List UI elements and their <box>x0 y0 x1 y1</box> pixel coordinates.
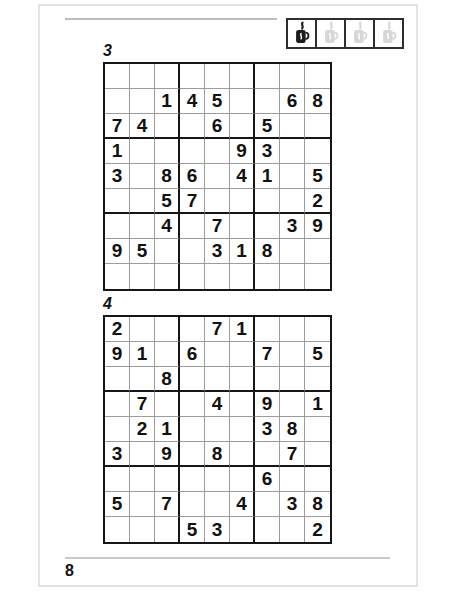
sudoku-cell-r2c7 <box>255 89 280 114</box>
sudoku-cell-r6c5 <box>205 189 230 214</box>
sudoku-cell-r7c1 <box>105 214 130 239</box>
sudoku-cell-r2c6 <box>230 89 255 114</box>
page-number: 8 <box>65 562 74 580</box>
sudoku-cell-r5c4 <box>180 417 205 442</box>
sudoku-cell-r6c1 <box>105 189 130 214</box>
sudoku-cell-r3c1 <box>105 367 130 392</box>
sudoku-cell-r2c2: 1 <box>130 342 155 367</box>
sudoku-cell-r5c7: 3 <box>255 417 280 442</box>
sudoku-cell-r7c4 <box>180 214 205 239</box>
sudoku-cell-r9c2 <box>130 264 155 289</box>
sudoku-cell-r5c8: 8 <box>280 417 305 442</box>
sudoku-cell-r6c8: 7 <box>280 442 305 467</box>
sudoku-cell-r9c4 <box>180 264 205 289</box>
sudoku-cell-r6c8 <box>280 189 305 214</box>
page-background: 3 145687465193386415572473995318 4 27191… <box>0 0 459 594</box>
sudoku-cell-r7c6 <box>230 214 255 239</box>
sudoku-cell-r3c9 <box>305 114 330 139</box>
sudoku-cell-r3c7: 5 <box>255 114 280 139</box>
sudoku-cell-r5c4: 6 <box>180 164 205 189</box>
coffee-cup-icon <box>373 18 404 49</box>
sudoku-cell-r2c4: 4 <box>180 89 205 114</box>
sudoku-cell-r3c2: 4 <box>130 114 155 139</box>
sudoku-cell-r4c3 <box>155 139 180 164</box>
sudoku-cell-r4c8 <box>280 139 305 164</box>
coffee-cup-icon <box>315 18 346 49</box>
puzzle-number-label: 3 <box>103 42 112 60</box>
sudoku-cell-r7c1 <box>105 467 130 492</box>
sudoku-grid-puzzle-4: 271916758749121383987657438532 <box>103 315 332 544</box>
sudoku-cell-r9c1 <box>105 264 130 289</box>
sudoku-cell-r6c4: 7 <box>180 189 205 214</box>
sudoku-cell-r3c1: 7 <box>105 114 130 139</box>
coffee-cup-icon <box>344 18 375 49</box>
sudoku-cell-r5c5 <box>205 164 230 189</box>
sudoku-cell-r7c2 <box>130 214 155 239</box>
sudoku-cell-r8c1: 5 <box>105 492 130 517</box>
sudoku-cell-r8c7 <box>255 492 280 517</box>
sudoku-cell-r4c9: 1 <box>305 392 330 417</box>
sudoku-cell-r1c1: 2 <box>105 317 130 342</box>
coffee-cup-icon <box>286 18 317 49</box>
sudoku-cell-r2c8 <box>280 342 305 367</box>
sudoku-cell-r9c7 <box>255 517 280 542</box>
sudoku-cell-r9c2 <box>130 517 155 542</box>
sudoku-cell-r2c5: 5 <box>205 89 230 114</box>
sudoku-cell-r9c6 <box>230 264 255 289</box>
sudoku-cell-r2c4: 6 <box>180 342 205 367</box>
sudoku-cell-r9c5: 3 <box>205 517 230 542</box>
book-page: 3 145687465193386415572473995318 4 27191… <box>38 4 418 587</box>
sudoku-cell-r6c6 <box>230 189 255 214</box>
sudoku-cell-r7c8 <box>280 467 305 492</box>
sudoku-cell-r4c2 <box>130 139 155 164</box>
sudoku-cell-r6c5: 8 <box>205 442 230 467</box>
sudoku-cell-r4c4 <box>180 139 205 164</box>
sudoku-cell-r9c3 <box>155 517 180 542</box>
sudoku-cell-r7c2 <box>130 467 155 492</box>
sudoku-cell-r3c3 <box>155 114 180 139</box>
difficulty-indicator <box>286 18 404 49</box>
sudoku-cell-r4c9 <box>305 139 330 164</box>
sudoku-cell-r3c5 <box>205 367 230 392</box>
sudoku-cell-r9c9: 2 <box>305 517 330 542</box>
sudoku-cell-r7c7: 6 <box>255 467 280 492</box>
sudoku-cell-r7c8: 3 <box>280 214 305 239</box>
sudoku-cell-r3c4 <box>180 367 205 392</box>
sudoku-cell-r4c1 <box>105 392 130 417</box>
sudoku-cell-r6c9 <box>305 442 330 467</box>
sudoku-cell-r9c5 <box>205 264 230 289</box>
sudoku-cell-r2c8: 6 <box>280 89 305 114</box>
sudoku-cell-r2c6 <box>230 342 255 367</box>
sudoku-cell-r7c5 <box>205 467 230 492</box>
sudoku-cell-r4c8 <box>280 392 305 417</box>
sudoku-cell-r4c5 <box>205 139 230 164</box>
sudoku-cell-r1c9 <box>305 64 330 89</box>
sudoku-cell-r4c5: 4 <box>205 392 230 417</box>
sudoku-cell-r1c1 <box>105 64 130 89</box>
sudoku-cell-r8c3: 7 <box>155 492 180 517</box>
sudoku-cell-r9c8 <box>280 264 305 289</box>
sudoku-cell-r8c6: 1 <box>230 239 255 264</box>
sudoku-cell-r8c7: 8 <box>255 239 280 264</box>
sudoku-grid-puzzle-3: 145687465193386415572473995318 <box>103 62 332 291</box>
sudoku-cell-r2c9: 5 <box>305 342 330 367</box>
sudoku-cell-r9c1 <box>105 517 130 542</box>
sudoku-cell-r3c6 <box>230 367 255 392</box>
sudoku-cell-r4c6: 9 <box>230 139 255 164</box>
sudoku-cell-r8c5: 3 <box>205 239 230 264</box>
sudoku-cell-r4c6 <box>230 392 255 417</box>
header-rule <box>65 18 277 20</box>
sudoku-cell-r8c1: 9 <box>105 239 130 264</box>
sudoku-cell-r1c3 <box>155 64 180 89</box>
sudoku-cell-r1c6: 1 <box>230 317 255 342</box>
sudoku-cell-r1c7 <box>255 317 280 342</box>
sudoku-cell-r3c9 <box>305 367 330 392</box>
sudoku-cell-r8c6: 4 <box>230 492 255 517</box>
sudoku-cell-r6c2 <box>130 442 155 467</box>
sudoku-cell-r8c9 <box>305 239 330 264</box>
sudoku-cell-r6c2 <box>130 189 155 214</box>
sudoku-cell-r6c3: 5 <box>155 189 180 214</box>
sudoku-cell-r1c4 <box>180 64 205 89</box>
sudoku-cell-r5c9: 5 <box>305 164 330 189</box>
sudoku-cell-r7c5: 7 <box>205 214 230 239</box>
sudoku-cell-r2c9: 8 <box>305 89 330 114</box>
sudoku-cell-r8c4 <box>180 492 205 517</box>
sudoku-cell-r8c4 <box>180 239 205 264</box>
sudoku-cell-r6c3: 9 <box>155 442 180 467</box>
footer-rule <box>65 557 390 559</box>
sudoku-cell-r5c1 <box>105 417 130 442</box>
sudoku-cell-r1c2 <box>130 317 155 342</box>
sudoku-cell-r5c1: 3 <box>105 164 130 189</box>
sudoku-cell-r6c9: 2 <box>305 189 330 214</box>
sudoku-cell-r2c7: 7 <box>255 342 280 367</box>
sudoku-cell-r6c6 <box>230 442 255 467</box>
puzzle-number-label: 4 <box>103 295 112 313</box>
sudoku-cell-r2c1: 9 <box>105 342 130 367</box>
sudoku-cell-r3c7 <box>255 367 280 392</box>
sudoku-cell-r4c4 <box>180 392 205 417</box>
sudoku-cell-r4c3 <box>155 392 180 417</box>
sudoku-cell-r3c8 <box>280 114 305 139</box>
sudoku-cell-r1c4 <box>180 317 205 342</box>
sudoku-cell-r2c2 <box>130 89 155 114</box>
sudoku-cell-r5c7: 1 <box>255 164 280 189</box>
sudoku-cell-r9c3 <box>155 264 180 289</box>
sudoku-cell-r8c2: 5 <box>130 239 155 264</box>
sudoku-cell-r3c4 <box>180 114 205 139</box>
sudoku-cell-r9c9 <box>305 264 330 289</box>
sudoku-cell-r8c9: 8 <box>305 492 330 517</box>
sudoku-cell-r5c3: 8 <box>155 164 180 189</box>
sudoku-cell-r1c6 <box>230 64 255 89</box>
sudoku-cell-r1c9 <box>305 317 330 342</box>
sudoku-cell-r1c7 <box>255 64 280 89</box>
sudoku-cell-r3c5: 6 <box>205 114 230 139</box>
sudoku-cell-r4c7: 3 <box>255 139 280 164</box>
sudoku-cell-r5c8 <box>280 164 305 189</box>
sudoku-cell-r5c3: 1 <box>155 417 180 442</box>
sudoku-cell-r1c2 <box>130 64 155 89</box>
sudoku-cell-r6c4 <box>180 442 205 467</box>
sudoku-cell-r1c8 <box>280 317 305 342</box>
sudoku-cell-r8c3 <box>155 239 180 264</box>
sudoku-cell-r7c6 <box>230 467 255 492</box>
sudoku-cell-r3c8 <box>280 367 305 392</box>
sudoku-cell-r7c3: 4 <box>155 214 180 239</box>
sudoku-cell-r7c4 <box>180 467 205 492</box>
sudoku-cell-r8c2 <box>130 492 155 517</box>
sudoku-cell-r5c2 <box>130 164 155 189</box>
sudoku-cell-r6c7 <box>255 189 280 214</box>
sudoku-cell-r8c8: 3 <box>280 492 305 517</box>
sudoku-cell-r2c3: 1 <box>155 89 180 114</box>
sudoku-cell-r7c7 <box>255 214 280 239</box>
sudoku-cell-r5c6 <box>230 417 255 442</box>
sudoku-cell-r9c6 <box>230 517 255 542</box>
sudoku-cell-r5c9 <box>305 417 330 442</box>
sudoku-cell-r5c5 <box>205 417 230 442</box>
sudoku-cell-r5c6: 4 <box>230 164 255 189</box>
sudoku-cell-r8c8 <box>280 239 305 264</box>
sudoku-cell-r1c8 <box>280 64 305 89</box>
sudoku-cell-r3c2 <box>130 367 155 392</box>
sudoku-cell-r2c1 <box>105 89 130 114</box>
sudoku-cell-r1c5: 7 <box>205 317 230 342</box>
sudoku-cell-r6c1: 3 <box>105 442 130 467</box>
sudoku-cell-r1c3 <box>155 317 180 342</box>
sudoku-cell-r7c9: 9 <box>305 214 330 239</box>
sudoku-cell-r3c6 <box>230 114 255 139</box>
sudoku-cell-r4c2: 7 <box>130 392 155 417</box>
sudoku-cell-r3c3: 8 <box>155 367 180 392</box>
sudoku-cell-r9c7 <box>255 264 280 289</box>
sudoku-cell-r2c3 <box>155 342 180 367</box>
sudoku-cell-r4c1: 1 <box>105 139 130 164</box>
sudoku-cell-r9c8 <box>280 517 305 542</box>
sudoku-cell-r7c9 <box>305 467 330 492</box>
sudoku-cell-r8c5 <box>205 492 230 517</box>
sudoku-cell-r1c5 <box>205 64 230 89</box>
sudoku-cell-r7c3 <box>155 467 180 492</box>
sudoku-cell-r2c5 <box>205 342 230 367</box>
sudoku-cell-r9c4: 5 <box>180 517 205 542</box>
sudoku-cell-r6c7 <box>255 442 280 467</box>
sudoku-cell-r4c7: 9 <box>255 392 280 417</box>
sudoku-cell-r5c2: 2 <box>130 417 155 442</box>
